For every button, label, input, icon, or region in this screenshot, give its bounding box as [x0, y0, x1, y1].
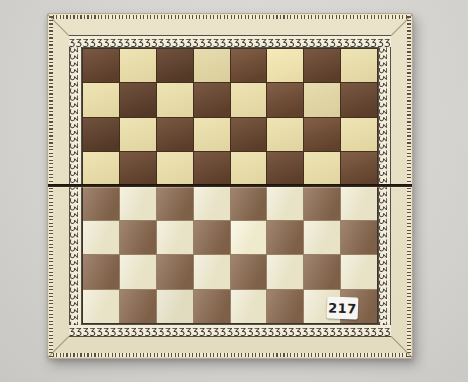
bead-border-bottom [49, 353, 411, 357]
square-g2[interactable] [304, 255, 340, 288]
square-f8[interactable] [267, 49, 303, 82]
square-d1[interactable] [194, 290, 230, 323]
square-f7[interactable] [267, 83, 303, 116]
square-c6[interactable] [157, 118, 193, 151]
square-g8[interactable] [304, 49, 340, 82]
square-f2[interactable] [267, 255, 303, 288]
square-a4[interactable] [83, 187, 119, 220]
square-e3[interactable] [231, 221, 267, 254]
square-c5[interactable] [157, 152, 193, 185]
square-h7[interactable] [341, 83, 377, 116]
square-b7[interactable] [120, 83, 156, 116]
square-b2[interactable] [120, 255, 156, 288]
square-f3[interactable] [267, 221, 303, 254]
square-e5[interactable] [231, 152, 267, 185]
square-c2[interactable] [157, 255, 193, 288]
square-d3[interactable] [194, 221, 230, 254]
lot-sticker: 217 [327, 296, 359, 319]
square-a2[interactable] [83, 255, 119, 288]
fold-hinge-line [48, 184, 412, 187]
square-g4[interactable] [304, 187, 340, 220]
square-a8[interactable] [83, 49, 119, 82]
square-f6[interactable] [267, 118, 303, 151]
square-e8[interactable] [231, 49, 267, 82]
square-c1[interactable] [157, 290, 193, 323]
square-h3[interactable] [341, 221, 377, 254]
scrollwork-border-bottom: ʒʒʒʒʒʒʒʒʒʒʒʒʒʒʒʒʒʒʒʒʒʒʒʒʒʒʒʒʒʒʒʒʒʒʒʒʒʒʒʒ… [69, 324, 391, 337]
scrollwork-border-top: ʒʒʒʒʒʒʒʒʒʒʒʒʒʒʒʒʒʒʒʒʒʒʒʒʒʒʒʒʒʒʒʒʒʒʒʒʒʒʒʒ… [69, 35, 391, 48]
square-c4[interactable] [157, 187, 193, 220]
chessboard: ʒʒʒʒʒʒʒʒʒʒʒʒʒʒʒʒʒʒʒʒʒʒʒʒʒʒʒʒʒʒʒʒʒʒʒʒʒʒʒʒ… [47, 13, 413, 359]
square-b5[interactable] [120, 152, 156, 185]
photo-background: ʒʒʒʒʒʒʒʒʒʒʒʒʒʒʒʒʒʒʒʒʒʒʒʒʒʒʒʒʒʒʒʒʒʒʒʒʒʒʒʒ… [0, 0, 468, 382]
square-g6[interactable] [304, 118, 340, 151]
square-c7[interactable] [157, 83, 193, 116]
square-g3[interactable] [304, 221, 340, 254]
square-e4[interactable] [231, 187, 267, 220]
square-a1[interactable] [83, 290, 119, 323]
square-h2[interactable] [341, 255, 377, 288]
square-f5[interactable] [267, 152, 303, 185]
square-e7[interactable] [231, 83, 267, 116]
square-b4[interactable] [120, 187, 156, 220]
square-d2[interactable] [194, 255, 230, 288]
square-f4[interactable] [267, 187, 303, 220]
square-b6[interactable] [120, 118, 156, 151]
square-f1[interactable] [267, 290, 303, 323]
square-a7[interactable] [83, 83, 119, 116]
square-g7[interactable] [304, 83, 340, 116]
square-c3[interactable] [157, 221, 193, 254]
square-h5[interactable] [341, 152, 377, 185]
square-h6[interactable] [341, 118, 377, 151]
square-e1[interactable] [231, 290, 267, 323]
square-a3[interactable] [83, 221, 119, 254]
square-d5[interactable] [194, 152, 230, 185]
square-e6[interactable] [231, 118, 267, 151]
square-a6[interactable] [83, 118, 119, 151]
square-h8[interactable] [341, 49, 377, 82]
square-b8[interactable] [120, 49, 156, 82]
square-e2[interactable] [231, 255, 267, 288]
square-b3[interactable] [120, 221, 156, 254]
square-g5[interactable] [304, 152, 340, 185]
lot-number: 217 [328, 300, 357, 316]
square-c8[interactable] [157, 49, 193, 82]
square-d7[interactable] [194, 83, 230, 116]
square-a5[interactable] [83, 152, 119, 185]
square-h4[interactable] [341, 187, 377, 220]
bead-border-top [49, 15, 411, 19]
square-d4[interactable] [194, 187, 230, 220]
square-d8[interactable] [194, 49, 230, 82]
square-b1[interactable] [120, 290, 156, 323]
square-d6[interactable] [194, 118, 230, 151]
